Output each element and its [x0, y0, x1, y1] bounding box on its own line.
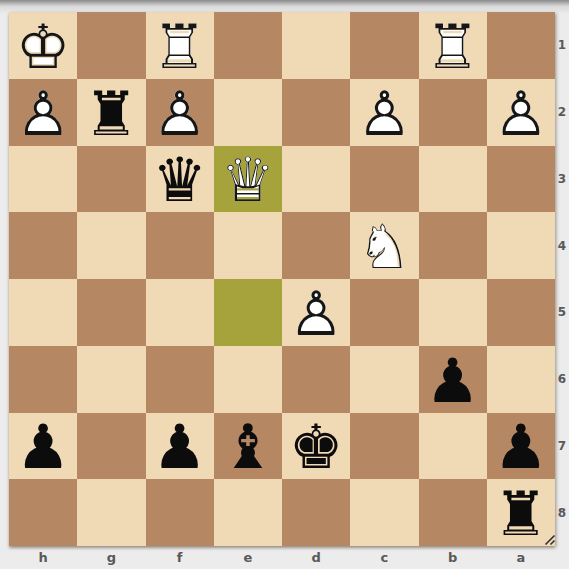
square-g7[interactable]	[77, 413, 145, 480]
square-f6[interactable]	[146, 346, 214, 413]
rank-label-6: 6	[555, 346, 569, 413]
square-c3[interactable]	[350, 146, 418, 213]
piece-glyph-outline: ♙	[146, 80, 214, 147]
piece-black-queen[interactable]: ♛	[146, 146, 214, 213]
square-e5[interactable]	[214, 279, 282, 346]
file-label-d: d	[282, 546, 350, 569]
square-a6[interactable]	[487, 346, 555, 413]
square-a3[interactable]	[487, 146, 555, 213]
chess-board: ♚♔♜♖♜♖♟♙♜♟♙♟♙♟♙♛♛♕♞♘♟♙♟♟♟♝♚♟♜	[9, 12, 555, 546]
square-c5[interactable]	[350, 279, 418, 346]
piece-glyph-outline: ♘	[350, 213, 418, 280]
square-f8[interactable]	[146, 479, 214, 546]
piece-glyph-fill: ♜	[77, 80, 145, 147]
square-d4[interactable]	[282, 212, 350, 279]
square-g4[interactable]	[77, 212, 145, 279]
square-b4[interactable]	[419, 212, 487, 279]
square-e7[interactable]: ♝	[214, 413, 282, 480]
file-label-g: g	[77, 546, 145, 569]
rank-label-5: 5	[555, 279, 569, 346]
piece-black-pawn[interactable]: ♟	[487, 413, 555, 480]
file-labels: hgfedcba	[9, 546, 555, 569]
square-f2[interactable]: ♟♙	[146, 79, 214, 146]
rank-label-8: 8	[555, 479, 569, 546]
piece-glyph-fill: ♚	[282, 414, 350, 481]
piece-white-queen[interactable]: ♛♕	[214, 146, 282, 213]
square-f7[interactable]: ♟	[146, 413, 214, 480]
piece-black-pawn[interactable]: ♟	[9, 413, 77, 480]
square-a2[interactable]: ♟♙	[487, 79, 555, 146]
file-label-b: b	[419, 546, 487, 569]
square-e3[interactable]: ♛♕	[214, 146, 282, 213]
square-b3[interactable]	[419, 146, 487, 213]
piece-glyph-fill: ♛	[146, 147, 214, 214]
piece-white-pawn[interactable]: ♟♙	[282, 279, 350, 346]
square-a4[interactable]	[487, 212, 555, 279]
square-d3[interactable]	[282, 146, 350, 213]
square-f5[interactable]	[146, 279, 214, 346]
rank-labels: 12345678	[555, 12, 569, 546]
piece-black-bishop[interactable]: ♝	[214, 413, 282, 480]
piece-white-rook[interactable]: ♜♖	[146, 12, 214, 79]
square-a7[interactable]: ♟	[487, 413, 555, 480]
square-c2[interactable]: ♟♙	[350, 79, 418, 146]
piece-black-king[interactable]: ♚	[282, 413, 350, 480]
file-label-c: c	[350, 546, 418, 569]
piece-black-rook[interactable]: ♜	[77, 79, 145, 146]
piece-white-king[interactable]: ♚♔	[9, 12, 77, 79]
rank-label-2: 2	[555, 79, 569, 146]
square-d8[interactable]	[282, 479, 350, 546]
square-h3[interactable]	[9, 146, 77, 213]
rank-label-4: 4	[555, 212, 569, 279]
piece-white-pawn[interactable]: ♟♙	[9, 79, 77, 146]
square-a1[interactable]	[487, 12, 555, 79]
rank-label-1: 1	[555, 12, 569, 79]
square-g6[interactable]	[77, 346, 145, 413]
square-b2[interactable]	[419, 79, 487, 146]
square-h1[interactable]: ♚♔	[9, 12, 77, 79]
square-h6[interactable]	[9, 346, 77, 413]
piece-white-pawn[interactable]: ♟♙	[487, 79, 555, 146]
square-c6[interactable]	[350, 346, 418, 413]
square-h2[interactable]: ♟♙	[9, 79, 77, 146]
square-e4[interactable]	[214, 212, 282, 279]
square-g1[interactable]	[77, 12, 145, 79]
square-d7[interactable]: ♚	[282, 413, 350, 480]
file-label-h: h	[9, 546, 77, 569]
square-b5[interactable]	[419, 279, 487, 346]
piece-glyph-fill: ♟	[487, 414, 555, 481]
file-label-a: a	[487, 546, 555, 569]
piece-white-pawn[interactable]: ♟♙	[350, 79, 418, 146]
file-label-f: f	[146, 546, 214, 569]
square-c8[interactable]	[350, 479, 418, 546]
piece-white-rook[interactable]: ♜♖	[419, 12, 487, 79]
rank-label-7: 7	[555, 413, 569, 480]
square-f4[interactable]	[146, 212, 214, 279]
rank-label-3: 3	[555, 146, 569, 213]
square-a5[interactable]	[487, 279, 555, 346]
square-e1[interactable]	[214, 12, 282, 79]
piece-glyph-fill: ♟	[9, 414, 77, 481]
square-b1[interactable]: ♜♖	[419, 12, 487, 79]
square-g8[interactable]	[77, 479, 145, 546]
square-h5[interactable]	[9, 279, 77, 346]
square-d6[interactable]	[282, 346, 350, 413]
piece-glyph-outline: ♙	[9, 80, 77, 147]
square-g2[interactable]: ♜	[77, 79, 145, 146]
square-c1[interactable]	[350, 12, 418, 79]
square-e6[interactable]	[214, 346, 282, 413]
piece-glyph-outline: ♙	[487, 80, 555, 147]
square-h8[interactable]	[9, 479, 77, 546]
piece-white-pawn[interactable]: ♟♙	[146, 79, 214, 146]
square-h7[interactable]: ♟	[9, 413, 77, 480]
square-f1[interactable]: ♜♖	[146, 12, 214, 79]
square-e2[interactable]	[214, 79, 282, 146]
square-g5[interactable]	[77, 279, 145, 346]
square-g3[interactable]	[77, 146, 145, 213]
file-label-e: e	[214, 546, 282, 569]
piece-black-pawn[interactable]: ♟	[146, 413, 214, 480]
piece-glyph-fill: ♟	[419, 347, 487, 414]
square-d2[interactable]	[282, 79, 350, 146]
square-d1[interactable]	[282, 12, 350, 79]
square-h4[interactable]	[9, 212, 77, 279]
square-d5[interactable]: ♟♙	[282, 279, 350, 346]
piece-black-pawn[interactable]: ♟	[419, 346, 487, 413]
square-b8[interactable]	[419, 479, 487, 546]
piece-glyph-fill: ♟	[146, 414, 214, 481]
piece-glyph-fill: ♝	[214, 414, 282, 481]
square-b6[interactable]: ♟	[419, 346, 487, 413]
piece-glyph-outline: ♔	[9, 13, 77, 80]
square-c7[interactable]	[350, 413, 418, 480]
piece-white-knight[interactable]: ♞♘	[350, 212, 418, 279]
square-c4[interactable]: ♞♘	[350, 212, 418, 279]
piece-glyph-outline: ♙	[282, 280, 350, 347]
piece-glyph-outline: ♕	[214, 147, 282, 214]
piece-glyph-outline: ♖	[146, 13, 214, 80]
square-e8[interactable]	[214, 479, 282, 546]
square-b7[interactable]	[419, 413, 487, 480]
piece-glyph-outline: ♙	[350, 80, 418, 147]
square-f3[interactable]: ♛	[146, 146, 214, 213]
piece-glyph-outline: ♖	[419, 13, 487, 80]
resize-grip-icon[interactable]	[543, 533, 556, 546]
